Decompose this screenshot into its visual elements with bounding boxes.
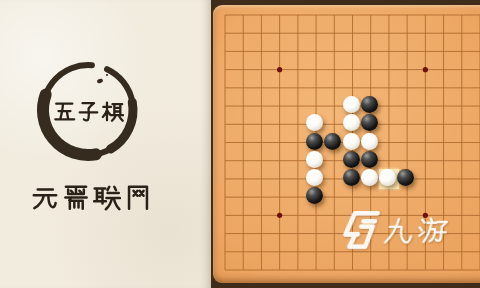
hanzi-qi-icon xyxy=(101,100,124,123)
black-stone xyxy=(361,114,378,131)
white-stone xyxy=(379,169,396,186)
hanzi-jiu-icon xyxy=(382,216,415,246)
white-stone xyxy=(343,114,360,131)
white-stone xyxy=(306,114,323,131)
black-stone xyxy=(306,133,323,150)
black-stone xyxy=(343,151,360,168)
white-stone xyxy=(343,133,360,150)
black-stone xyxy=(361,96,378,113)
hanzi-zi-icon xyxy=(77,100,100,123)
promo-panel: 五子棋 无需联网 xyxy=(0,0,211,288)
black-stone xyxy=(306,187,323,204)
hanzi-wu2-icon xyxy=(31,184,59,212)
hanzi-wu5-icon xyxy=(53,100,76,123)
white-stone xyxy=(343,96,360,113)
white-stone xyxy=(306,151,323,168)
white-stone xyxy=(306,169,323,186)
game-title: 五子棋 xyxy=(53,100,124,123)
white-stone xyxy=(361,133,378,150)
tagline: 无需联网 xyxy=(31,184,152,212)
white-stone xyxy=(361,169,378,186)
black-stone xyxy=(397,169,414,186)
ink-splash xyxy=(96,78,103,84)
hanzi-you-icon xyxy=(415,216,448,246)
jiuyou-g-logo-icon xyxy=(337,208,384,252)
black-stone xyxy=(324,133,341,150)
board-panel: 九游 xyxy=(211,0,480,288)
app-screenshot: 五子棋 无需联网 xyxy=(0,0,480,288)
hanzi-wang-icon xyxy=(124,184,152,212)
black-stone xyxy=(343,169,360,186)
hanzi-xu-icon xyxy=(62,184,90,212)
black-stone xyxy=(361,151,378,168)
hanzi-lian-icon xyxy=(93,184,121,212)
watermark: 九游 xyxy=(337,208,450,252)
